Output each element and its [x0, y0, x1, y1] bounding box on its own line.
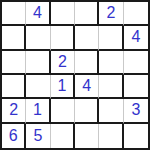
cell-r1c2-given[interactable]: 4 — [26, 2, 50, 26]
cell-r1c5-given[interactable]: 2 — [99, 2, 123, 26]
cell-r3c4-empty[interactable] — [75, 51, 99, 75]
cell-r2c3-empty[interactable] — [51, 26, 75, 50]
cell-r4c4-given[interactable]: 4 — [75, 75, 99, 99]
cell-r3c6-empty[interactable] — [124, 51, 148, 75]
cell-r3c1-empty[interactable] — [2, 51, 26, 75]
cell-r6c3-empty[interactable] — [51, 124, 75, 148]
cell-r1c3-empty[interactable] — [51, 2, 75, 26]
cell-r2c6-given[interactable]: 4 — [124, 26, 148, 50]
cell-r4c1-empty[interactable] — [2, 75, 26, 99]
cell-r2c2-empty[interactable] — [26, 26, 50, 50]
cell-r3c2-empty[interactable] — [26, 51, 50, 75]
cell-r3c5-empty[interactable] — [99, 51, 123, 75]
cell-r6c2-given[interactable]: 5 — [26, 124, 50, 148]
cell-r5c5-empty[interactable] — [99, 99, 123, 123]
cell-r5c3-empty[interactable] — [51, 99, 75, 123]
cell-r5c1-given[interactable]: 2 — [2, 99, 26, 123]
cell-r6c6-empty[interactable] — [124, 124, 148, 148]
cell-r5c2-given[interactable]: 1 — [26, 99, 50, 123]
cell-r2c1-empty[interactable] — [2, 26, 26, 50]
cell-r4c3-given[interactable]: 1 — [51, 75, 75, 99]
cell-r6c1-given[interactable]: 6 — [2, 124, 26, 148]
cell-r3c3-given[interactable]: 2 — [51, 51, 75, 75]
cell-r4c6-empty[interactable] — [124, 75, 148, 99]
cell-r2c4-empty[interactable] — [75, 26, 99, 50]
cell-r5c4-empty[interactable] — [75, 99, 99, 123]
cell-r4c5-empty[interactable] — [99, 75, 123, 99]
cell-r1c6-empty[interactable] — [124, 2, 148, 26]
cell-r1c4-empty[interactable] — [75, 2, 99, 26]
cell-r6c5-empty[interactable] — [99, 124, 123, 148]
cell-r1c1-empty[interactable] — [2, 2, 26, 26]
cell-r5c6-given[interactable]: 3 — [124, 99, 148, 123]
cell-r2c5-empty[interactable] — [99, 26, 123, 50]
cell-r6c4-empty[interactable] — [75, 124, 99, 148]
puzzle-board: 42421421365 — [0, 0, 150, 150]
cell-r4c2-empty[interactable] — [26, 75, 50, 99]
